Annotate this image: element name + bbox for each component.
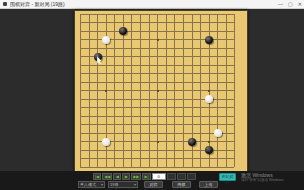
- black-stone-f17: [119, 27, 127, 35]
- star-point: [157, 90, 159, 92]
- grid-line-h: [80, 116, 234, 117]
- chevron-down-icon: ▾: [101, 182, 103, 187]
- star-point: [208, 90, 210, 92]
- nav-last-button[interactable]: ▶|: [142, 173, 150, 180]
- nav-back-button[interactable]: ◀: [113, 173, 121, 180]
- play-button[interactable]: 对弈: [144, 181, 163, 188]
- grid-line-v: [174, 14, 175, 167]
- grid-line-h: [80, 133, 234, 134]
- nav-forward-button[interactable]: ▶: [122, 173, 130, 180]
- move-number-input[interactable]: 0: [152, 173, 166, 180]
- kifu-nav-toolbar: |◀ ◀◀ ◀ ▶ ▶▶ ▶| 0: [93, 173, 196, 180]
- nav-back10-button[interactable]: ◀◀: [102, 173, 112, 180]
- nav-first-button[interactable]: |◀: [93, 173, 101, 180]
- white-stone-d4: [102, 138, 110, 146]
- grid-line-v: [234, 14, 235, 167]
- tool-button-3[interactable]: [187, 173, 196, 180]
- title-bar: 围棋对弈 - 新对局 (19路) — ▢ ✕: [0, 0, 304, 9]
- watermark-line2: 转到"设置"以激活 Windows。: [241, 178, 303, 183]
- white-stone-d16: [102, 36, 110, 44]
- chevron-down-icon: ▾: [134, 182, 136, 187]
- upload-button[interactable]: 上传: [199, 181, 218, 188]
- grid-line-h: [80, 107, 234, 108]
- undo-button[interactable]: 悔棋: [172, 181, 191, 188]
- black-stone-q3: [205, 146, 213, 154]
- star-point: [157, 141, 159, 143]
- grid-line-h: [80, 124, 234, 125]
- grid-line-h: [80, 158, 234, 159]
- tool-button-1[interactable]: [167, 173, 176, 180]
- star-point: [208, 141, 210, 143]
- window-controls: — ▢ ✕: [278, 0, 302, 8]
- app-icon: [3, 2, 7, 6]
- game-controls-row: 单人模式 ▾ 19路 ▾ 对弈 悔棋 上传: [78, 181, 218, 188]
- grid-line-v: [183, 14, 184, 167]
- grid-line-v: [226, 14, 227, 167]
- mode-select-value: 单人模式: [80, 182, 96, 187]
- star-point: [105, 90, 107, 92]
- white-stone-q9: [205, 95, 213, 103]
- white-stone-r5: [214, 129, 222, 137]
- start-game-button[interactable]: 开始对弈: [219, 173, 236, 181]
- nav-forward10-button[interactable]: ▶▶: [131, 173, 141, 180]
- windows-activation-watermark: 激活 Windows 转到"设置"以激活 Windows。: [241, 172, 303, 183]
- go-board[interactable]: [74, 10, 248, 172]
- window-title: 围棋对弈 - 新对局 (19路): [10, 0, 65, 8]
- grid-line-v: [217, 14, 218, 167]
- black-stone-o4: [188, 138, 196, 146]
- board-size-select[interactable]: 19路 ▾: [108, 181, 138, 188]
- board-size-value: 19路: [110, 182, 118, 187]
- close-button[interactable]: ✕: [298, 0, 302, 8]
- maximize-button[interactable]: ▢: [288, 0, 293, 8]
- mode-select[interactable]: 单人模式 ▾: [78, 181, 105, 188]
- grid-line-h: [80, 167, 234, 168]
- minimize-button[interactable]: —: [278, 0, 283, 8]
- star-point: [157, 39, 159, 41]
- grid-line-v: [166, 14, 167, 167]
- grid-line-v: [200, 14, 201, 167]
- tool-button-2[interactable]: [177, 173, 186, 180]
- black-stone-q16: [205, 36, 213, 44]
